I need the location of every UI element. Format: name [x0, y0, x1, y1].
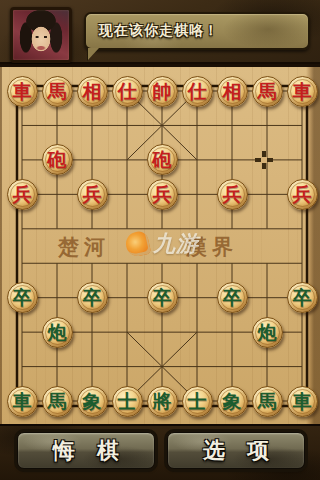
piece-red-車[interactable]: 車 — [287, 76, 318, 107]
piece-label: 相 — [83, 76, 102, 107]
piece-label: 車 — [13, 76, 32, 107]
top-bar: 现在该你走棋咯！ — [0, 0, 320, 64]
piece-label: 相 — [223, 76, 242, 107]
piece-green-馬[interactable]: 馬 — [252, 386, 283, 417]
piece-red-仕[interactable]: 仕 — [112, 76, 143, 107]
speech-bubble: 现在该你走棋咯！ — [84, 12, 310, 50]
piece-red-相[interactable]: 相 — [217, 76, 248, 107]
piece-label: 象 — [223, 386, 242, 417]
piece-red-馬[interactable]: 馬 — [252, 76, 283, 107]
piece-green-卒[interactable]: 卒 — [217, 282, 248, 313]
piece-label: 仕 — [118, 76, 137, 107]
options-button[interactable]: 选项 — [167, 432, 305, 469]
piece-label: 卒 — [13, 282, 32, 313]
watermark-text: 九游 — [153, 229, 199, 259]
piece-label: 卒 — [83, 282, 102, 313]
speech-bubble-tail-icon — [88, 48, 99, 60]
piece-red-砲[interactable]: 砲 — [42, 144, 73, 175]
piece-label: 炮 — [258, 317, 277, 348]
piece-label: 兵 — [293, 179, 312, 210]
piece-green-象[interactable]: 象 — [217, 386, 248, 417]
piece-red-兵[interactable]: 兵 — [7, 179, 38, 210]
piece-red-相[interactable]: 相 — [77, 76, 108, 107]
piece-green-將[interactable]: 將 — [147, 386, 178, 417]
piece-green-炮[interactable]: 炮 — [42, 317, 73, 348]
piece-green-車[interactable]: 車 — [287, 386, 318, 417]
piece-label: 砲 — [48, 144, 67, 175]
piece-label: 車 — [13, 386, 32, 417]
undo-button-label: 悔棋 — [31, 436, 141, 466]
piece-red-兵[interactable]: 兵 — [287, 179, 318, 210]
piece-red-兵[interactable]: 兵 — [217, 179, 248, 210]
piece-label: 兵 — [13, 179, 32, 210]
piece-red-帥[interactable]: 帥 — [147, 76, 178, 107]
piece-label: 士 — [188, 386, 207, 417]
undo-button[interactable]: 悔棋 — [17, 432, 155, 469]
board[interactable]: 楚河 漢界 九游 車馬相仕帥仕相馬車砲砲兵兵兵兵兵卒卒卒卒卒炮炮車馬象士將士象馬… — [0, 64, 320, 424]
ninegame-logo-icon — [124, 230, 151, 258]
piece-label: 卒 — [153, 282, 172, 313]
piece-label: 馬 — [258, 386, 277, 417]
piece-red-車[interactable]: 車 — [7, 76, 38, 107]
piece-label: 兵 — [223, 179, 242, 210]
piece-red-兵[interactable]: 兵 — [147, 179, 178, 210]
piece-label: 卒 — [223, 282, 242, 313]
piece-label: 士 — [118, 386, 137, 417]
piece-green-士[interactable]: 士 — [112, 386, 143, 417]
piece-green-車[interactable]: 車 — [7, 386, 38, 417]
piece-label: 將 — [153, 386, 172, 417]
piece-green-士[interactable]: 士 — [182, 386, 213, 417]
piece-label: 車 — [293, 386, 312, 417]
piece-red-兵[interactable]: 兵 — [77, 179, 108, 210]
piece-label: 象 — [83, 386, 102, 417]
piece-label: 卒 — [293, 282, 312, 313]
piece-red-砲[interactable]: 砲 — [147, 144, 178, 175]
piece-green-卒[interactable]: 卒 — [77, 282, 108, 313]
piece-label: 馬 — [48, 76, 67, 107]
bottom-bar: 悔棋 选项 — [0, 424, 320, 480]
piece-label: 車 — [293, 76, 312, 107]
piece-green-卒[interactable]: 卒 — [7, 282, 38, 313]
piece-green-卒[interactable]: 卒 — [287, 282, 318, 313]
piece-green-馬[interactable]: 馬 — [42, 386, 73, 417]
piece-label: 兵 — [153, 179, 172, 210]
piece-label: 砲 — [153, 144, 172, 175]
piece-green-象[interactable]: 象 — [77, 386, 108, 417]
piece-label: 馬 — [258, 76, 277, 107]
piece-label: 兵 — [83, 179, 102, 210]
piece-red-仕[interactable]: 仕 — [182, 76, 213, 107]
piece-green-炮[interactable]: 炮 — [252, 317, 283, 348]
river-label-left: 楚河 — [58, 233, 110, 261]
piece-label: 炮 — [48, 317, 67, 348]
cursor-crosshair-icon — [255, 151, 273, 169]
speech-text: 现在该你走棋咯！ — [99, 22, 219, 40]
piece-label: 仕 — [188, 76, 207, 107]
avatar[interactable] — [10, 7, 72, 63]
options-button-label: 选项 — [181, 436, 291, 466]
piece-green-卒[interactable]: 卒 — [147, 282, 178, 313]
piece-red-馬[interactable]: 馬 — [42, 76, 73, 107]
piece-label: 帥 — [153, 76, 172, 107]
piece-label: 馬 — [48, 386, 67, 417]
watermark: 九游 — [126, 229, 199, 259]
